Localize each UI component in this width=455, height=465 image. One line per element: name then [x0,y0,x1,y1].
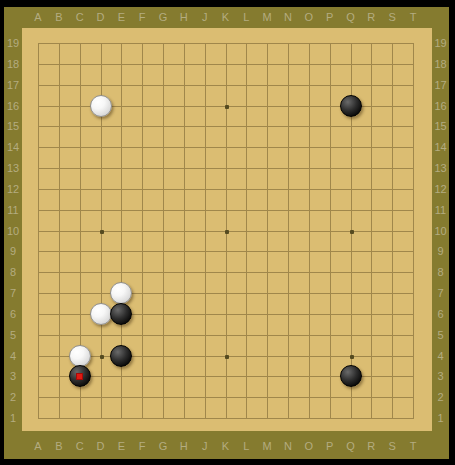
star-point [225,105,229,109]
grid-line-vertical [267,43,268,419]
go-board-screenshot: ABCDEFGHJKLMNOPQRST ABCDEFGHJKLMNOPQRST … [0,0,455,465]
row-label: 7 [432,288,449,299]
column-label: R [367,436,375,457]
column-label: Q [346,7,355,28]
last-move-marker [76,373,83,380]
stone-black [340,95,362,117]
row-label: 6 [432,308,449,319]
row-label: 7 [4,288,22,299]
row-label: 2 [432,392,449,403]
stone-white [110,282,132,304]
column-label: M [263,7,272,28]
row-label: 11 [4,204,22,215]
grid-line-vertical [309,43,310,419]
row-label: 2 [4,392,22,403]
star-point [100,355,104,359]
stone-white [69,345,91,367]
column-label: B [55,436,62,457]
row-label: 12 [4,183,22,194]
row-label: 8 [432,267,449,278]
row-label: 1 [4,413,22,424]
row-label: 5 [432,329,449,340]
column-label: T [410,436,417,457]
row-label: 4 [432,350,449,361]
column-label: P [326,436,333,457]
grid-line-horizontal [38,251,414,252]
stone-black [110,345,132,367]
row-label: 17 [4,79,22,90]
column-label: K [222,7,229,28]
column-label: H [180,436,188,457]
column-label: B [55,7,62,28]
row-label: 6 [4,308,22,319]
column-label: C [76,436,84,457]
goban-surface[interactable] [22,28,432,431]
column-label: P [326,7,333,28]
star-point [350,355,354,359]
row-label: 1 [432,413,449,424]
column-label: S [388,7,395,28]
column-label: L [243,436,249,457]
star-point [225,355,229,359]
row-label: 18 [432,58,449,69]
column-label: H [180,7,188,28]
row-label: 12 [432,183,449,194]
grid-line-vertical [330,43,331,419]
row-label: 10 [432,225,449,236]
column-label: F [139,436,146,457]
column-label: N [284,436,292,457]
grid-line-horizontal [38,272,414,273]
row-label: 5 [4,329,22,340]
column-label: O [305,436,314,457]
grid-line-horizontal [38,293,414,294]
stone-black [110,303,132,325]
row-label: 10 [4,225,22,236]
grid-line-vertical [288,43,289,419]
column-label: D [97,7,105,28]
column-label: O [305,7,314,28]
stone-black [69,365,91,387]
row-label: 11 [432,204,449,215]
column-label: A [34,7,41,28]
row-label: 13 [4,163,22,174]
row-label: 16 [4,100,22,111]
row-label: 13 [432,163,449,174]
row-label: 16 [432,100,449,111]
column-label: G [159,436,168,457]
row-label: 19 [4,38,22,49]
grid-line-vertical [246,43,247,419]
stone-white [90,303,112,325]
grid-line-horizontal [38,397,414,398]
column-label: D [97,436,105,457]
star-point [100,230,104,234]
row-label: 3 [4,371,22,382]
column-label: F [139,7,146,28]
column-label: L [243,7,249,28]
column-label: K [222,436,229,457]
star-point [225,230,229,234]
column-label: J [202,436,208,457]
row-label: 9 [432,246,449,257]
grid-line-horizontal [38,418,414,419]
row-label: 3 [432,371,449,382]
column-label: G [159,7,168,28]
column-label: T [410,7,417,28]
row-label: 18 [4,58,22,69]
row-label: 9 [4,246,22,257]
grid-line-horizontal [38,335,414,336]
row-label: 15 [4,121,22,132]
row-label: 14 [4,142,22,153]
column-label: J [202,7,208,28]
column-label: C [76,7,84,28]
row-label: 17 [432,79,449,90]
column-label: E [118,436,125,457]
grid-line-vertical [392,43,393,419]
row-label: 4 [4,350,22,361]
column-label: M [263,436,272,457]
column-label: E [118,7,125,28]
row-label: 14 [432,142,449,153]
column-label: A [34,436,41,457]
row-label: 15 [432,121,449,132]
column-label: S [388,436,395,457]
stone-black [340,365,362,387]
column-label: N [284,7,292,28]
star-point [350,230,354,234]
row-label: 19 [432,38,449,49]
column-label: R [367,7,375,28]
column-label: Q [346,436,355,457]
grid-line-vertical [413,43,414,419]
grid-line-vertical [371,43,372,419]
stone-white [90,95,112,117]
row-label: 8 [4,267,22,278]
